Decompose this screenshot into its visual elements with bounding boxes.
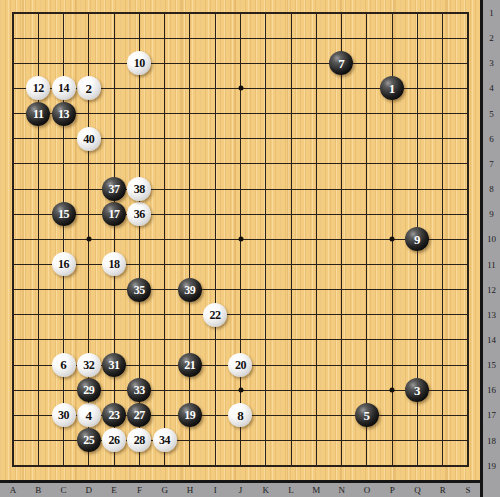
stone-black-5: 5 xyxy=(355,403,379,427)
stone-white-10: 10 xyxy=(127,51,151,75)
column-label-B: B xyxy=(30,485,46,495)
column-label-R: R xyxy=(435,485,451,495)
column-label-S: S xyxy=(460,485,476,495)
row-label-19: 19 xyxy=(483,460,500,472)
row-label-3: 3 xyxy=(483,57,500,69)
stone-black-27: 27 xyxy=(127,403,151,427)
row-label-8: 8 xyxy=(483,183,500,195)
row-label-5: 5 xyxy=(483,108,500,120)
stone-white-12: 12 xyxy=(26,76,50,100)
stone-black-13: 13 xyxy=(52,102,76,126)
stone-white-36: 36 xyxy=(127,202,151,226)
column-label-M: M xyxy=(308,485,324,495)
stone-white-2: 2 xyxy=(77,76,101,100)
column-label-E: E xyxy=(106,485,122,495)
stone-white-14: 14 xyxy=(52,76,76,100)
stone-white-8: 8 xyxy=(228,403,252,427)
stone-white-4: 4 xyxy=(77,403,101,427)
row-label-4: 4 xyxy=(483,82,500,94)
stone-black-25: 25 xyxy=(77,428,101,452)
column-label-O: O xyxy=(359,485,375,495)
stone-white-38: 38 xyxy=(127,177,151,201)
stone-white-34: 34 xyxy=(153,428,177,452)
row-label-10: 10 xyxy=(483,233,500,245)
row-label-12: 12 xyxy=(483,284,500,296)
row-label-2: 2 xyxy=(483,32,500,44)
stone-white-6: 6 xyxy=(52,353,76,377)
stone-black-17: 17 xyxy=(102,202,126,226)
stone-white-28: 28 xyxy=(127,428,151,452)
row-label-14: 14 xyxy=(483,334,500,346)
stone-black-39: 39 xyxy=(178,278,202,302)
row-label-1: 1 xyxy=(483,7,500,19)
row-label-16: 16 xyxy=(483,384,500,396)
stone-black-3: 3 xyxy=(405,378,429,402)
column-label-P: P xyxy=(384,485,400,495)
stone-black-15: 15 xyxy=(52,202,76,226)
stone-white-22: 22 xyxy=(203,303,227,327)
stone-black-21: 21 xyxy=(178,353,202,377)
stone-black-35: 35 xyxy=(127,278,151,302)
column-label-H: H xyxy=(182,485,198,495)
stones-layer: 1234567891011121314151617181920212223252… xyxy=(0,0,480,478)
stone-black-29: 29 xyxy=(77,378,101,402)
stone-black-33: 33 xyxy=(127,378,151,402)
row-label-9: 9 xyxy=(483,208,500,220)
stone-white-20: 20 xyxy=(228,353,252,377)
column-label-A: A xyxy=(5,485,21,495)
column-label-D: D xyxy=(81,485,97,495)
stone-black-31: 31 xyxy=(102,353,126,377)
stone-black-9: 9 xyxy=(405,227,429,251)
stone-black-23: 23 xyxy=(102,403,126,427)
column-label-J: J xyxy=(233,485,249,495)
row-label-17: 17 xyxy=(483,409,500,421)
go-kifu-diagram: 1234567891011121314151617181920212223252… xyxy=(0,0,500,497)
row-label-11: 11 xyxy=(483,259,500,271)
stone-black-19: 19 xyxy=(178,403,202,427)
stone-black-1: 1 xyxy=(380,76,404,100)
stone-white-18: 18 xyxy=(102,252,126,276)
column-label-G: G xyxy=(157,485,173,495)
stone-white-30: 30 xyxy=(52,403,76,427)
stone-black-11: 11 xyxy=(26,102,50,126)
row-label-7: 7 xyxy=(483,158,500,170)
row-label-15: 15 xyxy=(483,359,500,371)
column-label-K: K xyxy=(258,485,274,495)
stone-white-16: 16 xyxy=(52,252,76,276)
column-label-I: I xyxy=(207,485,223,495)
row-coordinates-strip xyxy=(480,0,500,497)
stone-white-40: 40 xyxy=(77,127,101,151)
column-label-Q: Q xyxy=(409,485,425,495)
column-label-L: L xyxy=(283,485,299,495)
stone-black-7: 7 xyxy=(329,51,353,75)
row-label-18: 18 xyxy=(483,435,500,447)
stone-black-37: 37 xyxy=(102,177,126,201)
stone-white-32: 32 xyxy=(77,353,101,377)
column-label-C: C xyxy=(56,485,72,495)
column-label-F: F xyxy=(131,485,147,495)
column-label-N: N xyxy=(334,485,350,495)
row-label-6: 6 xyxy=(483,133,500,145)
stone-white-26: 26 xyxy=(102,428,126,452)
row-label-13: 13 xyxy=(483,309,500,321)
